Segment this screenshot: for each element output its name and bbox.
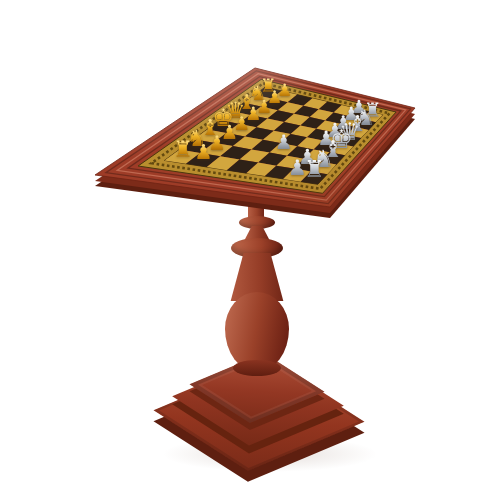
- product-photo: ♜♞♝♛♚♝♞♜♟♟♟♟♟♟♟♟♜♞♝♛♚♝♞♜♟♟♟♟♟♟♟♟: [0, 0, 500, 500]
- chessboard-tabletop: [0, 0, 500, 500]
